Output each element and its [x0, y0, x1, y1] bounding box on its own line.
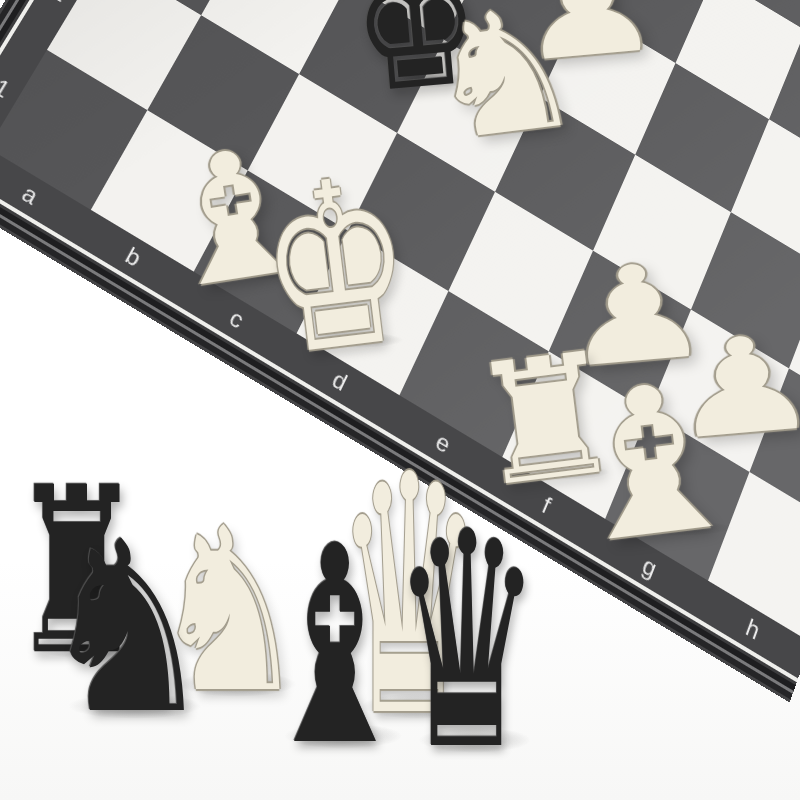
black-knight-shadow [68, 693, 203, 719]
chess-set-photo: 87654321 abcdefgh ♟♚♞♝♚♟♟♜♝ ♜♞♛♞♝♛ [0, 0, 800, 800]
rank-label-2: 2 [48, 0, 72, 7]
white-knight: ♞ [150, 498, 308, 724]
black-queen-shadow [418, 727, 531, 753]
black-rook-shadow [34, 633, 137, 659]
rank-label-1: 1 [0, 74, 14, 104]
file-label-a: a [17, 180, 42, 211]
black-bishop-shadow [284, 723, 403, 749]
file-label-e: e [432, 427, 455, 459]
file-label-d: d [328, 365, 352, 397]
black-knight: ♞ [38, 511, 216, 747]
file-label-f: f [538, 491, 555, 520]
black-rook: ♜ [9, 457, 144, 686]
board-squares [0, 0, 800, 642]
white-queen-shadow [361, 693, 473, 719]
file-label-h: h [742, 613, 763, 646]
file-label-c: c [225, 304, 248, 335]
chess-board: 87654321 abcdefgh [0, 0, 800, 703]
black-bishop: ♝ [257, 510, 414, 783]
file-label-g: g [639, 551, 661, 584]
file-label-b: b [121, 242, 146, 273]
white-knight-shadow [177, 671, 297, 697]
